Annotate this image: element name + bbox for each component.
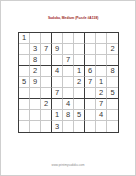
cell-r6c8: 2 — [96, 88, 107, 99]
cell-r7c7 — [85, 99, 96, 110]
cell-r8c5: 8 — [63, 110, 74, 121]
cell-r7c8: 7 — [96, 99, 107, 110]
cell-r6c1 — [19, 88, 30, 99]
cell-r7c4 — [52, 99, 63, 110]
cell-r2c4: 9 — [52, 44, 63, 55]
cell-r4c8 — [96, 66, 107, 77]
cell-r7c3: 2 — [41, 99, 52, 110]
footer-url: www.printmysudoku.com — [46, 164, 90, 167]
cell-r8c7 — [85, 110, 96, 121]
cell-r9c4: 3 — [52, 121, 63, 132]
cell-r1c8 — [96, 33, 107, 44]
cell-r4c6: 1 — [74, 66, 85, 77]
cell-r1c4 — [52, 33, 63, 44]
cell-r6c9: 5 — [107, 88, 118, 99]
cell-r2c3: 7 — [41, 44, 52, 55]
cell-r3c6 — [74, 55, 85, 66]
cell-r3c8 — [96, 55, 107, 66]
cell-r1c1: 1 — [19, 33, 30, 44]
cell-r6c5 — [63, 88, 74, 99]
cell-r1c3 — [41, 33, 52, 44]
cell-r9c6 — [74, 121, 85, 132]
cell-r7c6 — [74, 99, 85, 110]
cell-r5c1: 5 — [19, 77, 30, 88]
cell-r4c1 — [19, 66, 30, 77]
cell-r5c2: 9 — [30, 77, 41, 88]
cell-r6c6 — [74, 88, 85, 99]
cell-r4c2: 2 — [30, 66, 41, 77]
cell-r8c3 — [41, 110, 52, 121]
cell-r1c6 — [74, 33, 85, 44]
cell-r9c2 — [30, 121, 41, 132]
cell-r3c3 — [41, 55, 52, 66]
cell-r9c8 — [96, 121, 107, 132]
cell-r2c7 — [85, 44, 96, 55]
cell-r3c1 — [19, 55, 30, 66]
cell-r2c8 — [96, 44, 107, 55]
cell-r5c3 — [41, 77, 52, 88]
cell-r5c7: 7 — [85, 77, 96, 88]
cell-r8c9 — [107, 110, 118, 121]
cell-r9c1 — [19, 121, 30, 132]
sudoku-grid: 1379287241685927172524718543 — [18, 32, 119, 133]
cell-r1c2 — [30, 33, 41, 44]
cell-r5c8: 1 — [96, 77, 107, 88]
cell-r9c5 — [63, 121, 74, 132]
cell-r3c7 — [85, 55, 96, 66]
sudoku-page: Sudoku, Medium (Puzzle #A138) 1379287241… — [0, 0, 136, 176]
cell-r4c7: 6 — [85, 66, 96, 77]
cell-r2c5 — [63, 44, 74, 55]
cell-r2c2: 3 — [30, 44, 41, 55]
cell-r1c5 — [63, 33, 74, 44]
cell-r2c9: 2 — [107, 44, 118, 55]
cell-r1c7 — [85, 33, 96, 44]
cell-r8c2 — [30, 110, 41, 121]
cell-r8c1 — [19, 110, 30, 121]
cell-r5c5 — [63, 77, 74, 88]
cell-r8c8: 4 — [96, 110, 107, 121]
cell-r7c9 — [107, 99, 118, 110]
cell-r7c1 — [19, 99, 30, 110]
cell-r3c2: 8 — [30, 55, 41, 66]
puzzle-title: Sudoku, Medium (Puzzle #A138) — [48, 16, 88, 19]
cell-r6c4: 7 — [52, 88, 63, 99]
cell-r4c9: 8 — [107, 66, 118, 77]
cell-r9c3 — [41, 121, 52, 132]
cell-r4c5 — [63, 66, 74, 77]
cell-r9c7 — [85, 121, 96, 132]
cell-r6c3 — [41, 88, 52, 99]
cell-r4c4: 4 — [52, 66, 63, 77]
cell-r7c2 — [30, 99, 41, 110]
cell-r2c6 — [74, 44, 85, 55]
cell-r6c2 — [30, 88, 41, 99]
cell-r8c4: 1 — [52, 110, 63, 121]
cell-r8c6: 5 — [74, 110, 85, 121]
cell-r3c4 — [52, 55, 63, 66]
cell-r1c9 — [107, 33, 118, 44]
cell-r2c1 — [19, 44, 30, 55]
cell-r5c6: 2 — [74, 77, 85, 88]
cell-r3c5: 7 — [63, 55, 74, 66]
cell-r7c5: 4 — [63, 99, 74, 110]
cell-r6c7 — [85, 88, 96, 99]
cell-r5c4 — [52, 77, 63, 88]
cell-r9c9 — [107, 121, 118, 132]
cell-r4c3 — [41, 66, 52, 77]
cell-r3c9 — [107, 55, 118, 66]
cell-r5c9 — [107, 77, 118, 88]
